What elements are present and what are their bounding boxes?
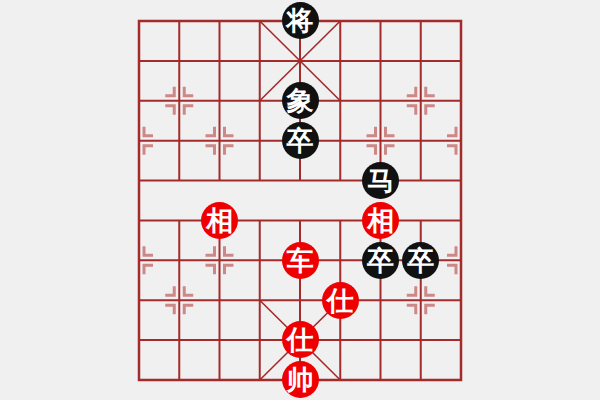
intersection-f8-r1[interactable] — [441, 41, 481, 81]
intersection-f4-r0[interactable]: 将 — [280, 1, 320, 41]
intersection-f7-r4[interactable] — [401, 161, 441, 201]
intersection-f1-r0[interactable] — [159, 1, 199, 41]
board-intersections: 将象卒马相相车卒卒仕仕帅 — [119, 1, 481, 400]
xiangqi-board: 将象卒马相相车卒卒仕仕帅 — [0, 0, 600, 400]
intersection-f6-r6[interactable]: 卒 — [360, 240, 400, 280]
intersection-f8-r0[interactable] — [441, 1, 481, 41]
red-general[interactable]: 帅 — [282, 361, 319, 398]
intersection-f7-r7[interactable] — [401, 280, 441, 320]
intersection-f8-r9[interactable] — [441, 360, 481, 400]
intersection-f1-r8[interactable] — [159, 320, 199, 360]
intersection-f0-r5[interactable] — [119, 200, 159, 240]
red-elephant-f6[interactable]: 相 — [362, 202, 399, 239]
intersection-f6-r2[interactable] — [360, 81, 400, 121]
intersection-f7-r2[interactable] — [401, 81, 441, 121]
intersection-f7-r1[interactable] — [401, 41, 441, 81]
intersection-f4-r6[interactable]: 车 — [280, 240, 320, 280]
black-general[interactable]: 将 — [282, 2, 319, 39]
intersection-f3-r9[interactable] — [240, 360, 280, 400]
intersection-f7-r0[interactable] — [401, 1, 441, 41]
red-elephant-f2[interactable]: 相 — [201, 202, 238, 239]
intersection-f0-r6[interactable] — [119, 240, 159, 280]
intersection-f6-r9[interactable] — [360, 360, 400, 400]
intersection-f6-r3[interactable] — [360, 121, 400, 161]
intersection-f4-r8[interactable]: 仕 — [280, 320, 320, 360]
intersection-f5-r0[interactable] — [320, 1, 360, 41]
black-soldier-f4[interactable]: 卒 — [282, 122, 319, 159]
red-advisor-f5[interactable]: 仕 — [322, 282, 359, 319]
intersection-f4-r9[interactable]: 帅 — [280, 360, 320, 400]
intersection-f7-r3[interactable] — [401, 121, 441, 161]
intersection-f8-r5[interactable] — [441, 200, 481, 240]
intersection-f3-r1[interactable] — [240, 41, 280, 81]
intersection-f4-r3[interactable]: 卒 — [280, 121, 320, 161]
intersection-f2-r0[interactable] — [199, 1, 239, 41]
intersection-f4-r2[interactable]: 象 — [280, 81, 320, 121]
intersection-f1-r4[interactable] — [159, 161, 199, 201]
intersection-f2-r5[interactable]: 相 — [199, 200, 239, 240]
intersection-f1-r3[interactable] — [159, 121, 199, 161]
intersection-f3-r5[interactable] — [240, 200, 280, 240]
intersection-f1-r6[interactable] — [159, 240, 199, 280]
intersection-f1-r7[interactable] — [159, 280, 199, 320]
intersection-f2-r6[interactable] — [199, 240, 239, 280]
intersection-f6-r7[interactable] — [360, 280, 400, 320]
intersection-f5-r5[interactable] — [320, 200, 360, 240]
intersection-f7-r9[interactable] — [401, 360, 441, 400]
intersection-f4-r7[interactable] — [280, 280, 320, 320]
intersection-f0-r4[interactable] — [119, 161, 159, 201]
intersection-f1-r9[interactable] — [159, 360, 199, 400]
black-soldier-f6[interactable]: 卒 — [362, 242, 399, 279]
intersection-f5-r8[interactable] — [320, 320, 360, 360]
intersection-f3-r2[interactable] — [240, 81, 280, 121]
intersection-f8-r3[interactable] — [441, 121, 481, 161]
intersection-f2-r9[interactable] — [199, 360, 239, 400]
intersection-f0-r2[interactable] — [119, 81, 159, 121]
intersection-f7-r5[interactable] — [401, 200, 441, 240]
intersection-f5-r9[interactable] — [320, 360, 360, 400]
intersection-f2-r4[interactable] — [199, 161, 239, 201]
intersection-f4-r4[interactable] — [280, 161, 320, 201]
intersection-f6-r1[interactable] — [360, 41, 400, 81]
intersection-f0-r8[interactable] — [119, 320, 159, 360]
intersection-f5-r3[interactable] — [320, 121, 360, 161]
intersection-f5-r7[interactable]: 仕 — [320, 280, 360, 320]
intersection-f4-r5[interactable] — [280, 200, 320, 240]
intersection-f8-r2[interactable] — [441, 81, 481, 121]
intersection-f6-r5[interactable]: 相 — [360, 200, 400, 240]
intersection-f1-r5[interactable] — [159, 200, 199, 240]
intersection-f3-r3[interactable] — [240, 121, 280, 161]
intersection-f0-r7[interactable] — [119, 280, 159, 320]
intersection-f0-r0[interactable] — [119, 1, 159, 41]
intersection-f8-r4[interactable] — [441, 161, 481, 201]
intersection-f3-r4[interactable] — [240, 161, 280, 201]
intersection-f3-r0[interactable] — [240, 1, 280, 41]
intersection-f5-r1[interactable] — [320, 41, 360, 81]
intersection-f3-r8[interactable] — [240, 320, 280, 360]
black-elephant-f4[interactable]: 象 — [282, 82, 319, 119]
intersection-f7-r8[interactable] — [401, 320, 441, 360]
intersection-f0-r9[interactable] — [119, 360, 159, 400]
intersection-f8-r6[interactable] — [441, 240, 481, 280]
intersection-f8-r8[interactable] — [441, 320, 481, 360]
intersection-f1-r2[interactable] — [159, 81, 199, 121]
red-advisor-f4[interactable]: 仕 — [282, 321, 319, 358]
intersection-f5-r6[interactable] — [320, 240, 360, 280]
intersection-f3-r7[interactable] — [240, 280, 280, 320]
intersection-f0-r3[interactable] — [119, 121, 159, 161]
intersection-f2-r1[interactable] — [199, 41, 239, 81]
intersection-f0-r1[interactable] — [119, 41, 159, 81]
intersection-f5-r4[interactable] — [320, 161, 360, 201]
intersection-f6-r0[interactable] — [360, 1, 400, 41]
intersection-f6-r8[interactable] — [360, 320, 400, 360]
intersection-f2-r3[interactable] — [199, 121, 239, 161]
intersection-f2-r7[interactable] — [199, 280, 239, 320]
intersection-f5-r2[interactable] — [320, 81, 360, 121]
red-chariot[interactable]: 车 — [282, 242, 319, 279]
intersection-f6-r4[interactable]: 马 — [360, 161, 400, 201]
intersection-f7-r6[interactable]: 卒 — [401, 240, 441, 280]
intersection-f8-r7[interactable] — [441, 280, 481, 320]
black-horse-f6[interactable]: 马 — [362, 162, 399, 199]
intersection-f2-r2[interactable] — [199, 81, 239, 121]
intersection-f1-r1[interactable] — [159, 41, 199, 81]
intersection-f3-r6[interactable] — [240, 240, 280, 280]
intersection-f4-r1[interactable] — [280, 41, 320, 81]
black-soldier-f7[interactable]: 卒 — [402, 242, 439, 279]
intersection-f2-r8[interactable] — [199, 320, 239, 360]
